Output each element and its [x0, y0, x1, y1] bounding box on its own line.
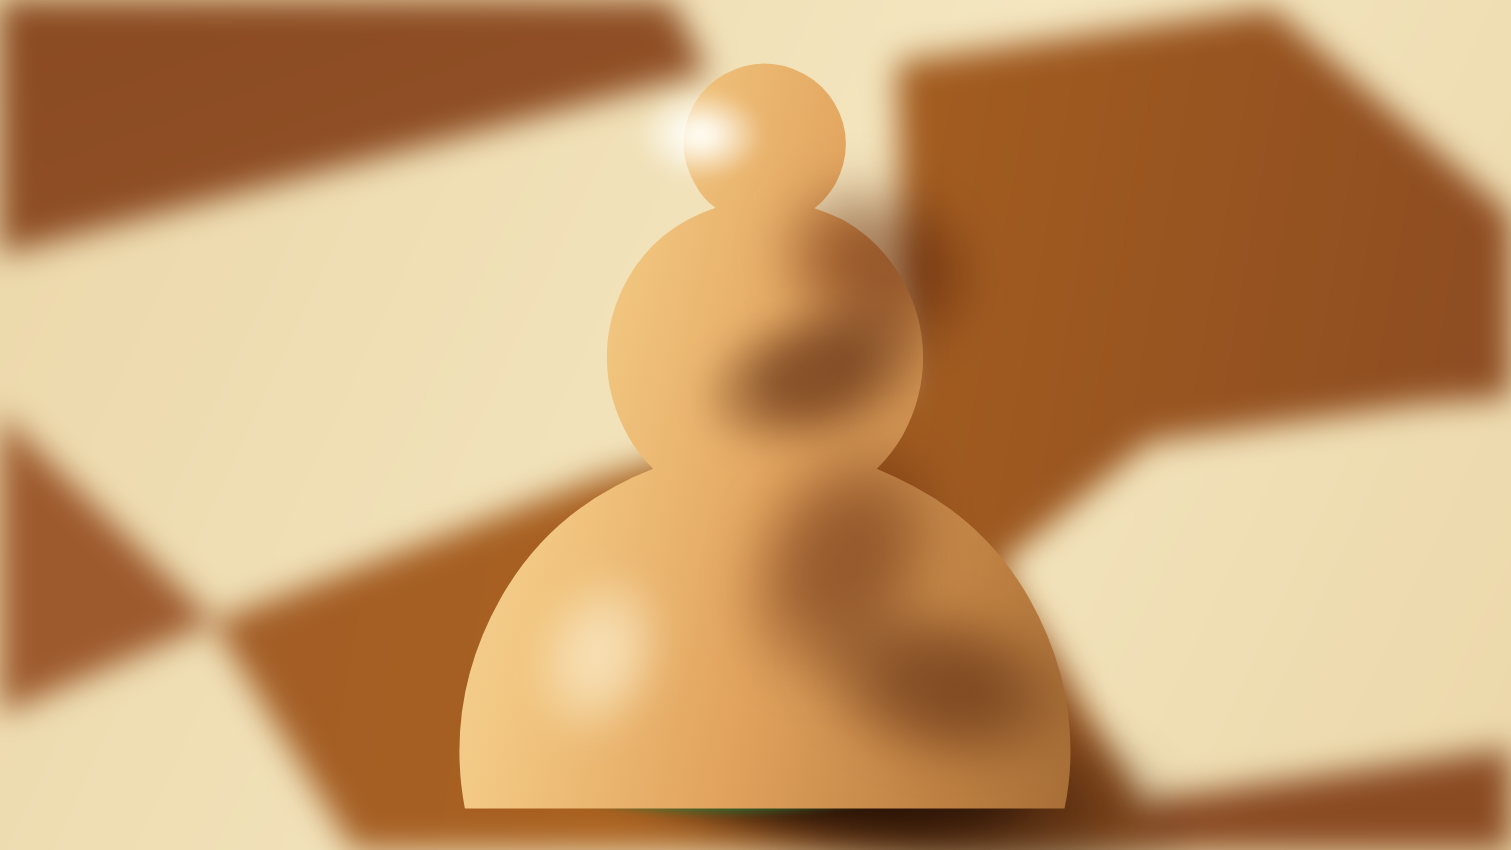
white-pawn-piece: ♟: [308, 0, 1222, 850]
photo-scene: ♟: [0, 0, 1511, 850]
